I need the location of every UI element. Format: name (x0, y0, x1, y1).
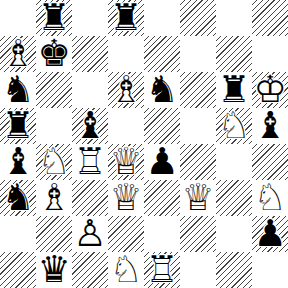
square-g4[interactable] (216, 144, 252, 180)
white-queen-icon: ♕ (108, 180, 144, 216)
piece-halo: ♜ (108, 0, 144, 36)
black-pawn-icon: ♟ (144, 144, 180, 180)
square-b4[interactable]: ♞♘ (36, 144, 72, 180)
white-knight-icon: ♘ (216, 108, 252, 144)
piece-halo: ♜ (36, 0, 72, 36)
square-c4[interactable]: ♜♖ (72, 144, 108, 180)
white-queen-icon: ♕ (108, 144, 144, 180)
square-b2[interactable] (36, 216, 72, 252)
black-queen-icon: ♛ (36, 252, 72, 288)
piece-halo: ♟ (252, 216, 288, 252)
piece-halo: ♜ (72, 144, 108, 180)
square-b7[interactable]: ♚♚ (36, 36, 72, 72)
piece-halo: ♟ (144, 144, 180, 180)
square-e2[interactable] (144, 216, 180, 252)
square-b8[interactable]: ♜♜ (36, 0, 72, 36)
piece-halo: ♛ (180, 180, 216, 216)
square-f3[interactable]: ♛♕ (180, 180, 216, 216)
square-h2[interactable]: ♟♟ (252, 216, 288, 252)
square-g3[interactable] (216, 180, 252, 216)
piece-halo: ♛ (108, 144, 144, 180)
square-b3[interactable]: ♝♗ (36, 180, 72, 216)
black-rook-icon: ♜ (108, 0, 144, 36)
piece-halo: ♜ (216, 72, 252, 108)
square-c8[interactable] (72, 0, 108, 36)
square-h1[interactable] (252, 252, 288, 288)
square-c7[interactable] (72, 36, 108, 72)
piece-halo: ♛ (36, 252, 72, 288)
piece-halo: ♚ (36, 36, 72, 72)
piece-halo: ♞ (108, 252, 144, 288)
square-g7[interactable] (216, 36, 252, 72)
square-d4[interactable]: ♛♕ (108, 144, 144, 180)
piece-halo: ♝ (0, 36, 36, 72)
square-a7[interactable]: ♝♗ (0, 36, 36, 72)
piece-halo: ♝ (108, 72, 144, 108)
square-e1[interactable]: ♜♖ (144, 252, 180, 288)
square-g6[interactable]: ♜♜ (216, 72, 252, 108)
square-a5[interactable]: ♜♜ (0, 108, 36, 144)
square-h4[interactable] (252, 144, 288, 180)
square-b5[interactable] (36, 108, 72, 144)
white-knight-icon: ♘ (36, 144, 72, 180)
black-knight-icon: ♞ (0, 180, 36, 216)
square-g8[interactable] (216, 0, 252, 36)
square-a6[interactable]: ♞♞ (0, 72, 36, 108)
piece-halo: ♞ (0, 72, 36, 108)
square-e6[interactable]: ♞♞ (144, 72, 180, 108)
square-h7[interactable] (252, 36, 288, 72)
square-c6[interactable] (72, 72, 108, 108)
square-c2[interactable]: ♟♙ (72, 216, 108, 252)
square-e4[interactable]: ♟♟ (144, 144, 180, 180)
square-h6[interactable]: ♚♔ (252, 72, 288, 108)
black-bishop-icon: ♝ (72, 108, 108, 144)
square-g1[interactable] (216, 252, 252, 288)
white-knight-icon: ♘ (252, 180, 288, 216)
white-pawn-icon: ♙ (72, 216, 108, 252)
piece-halo: ♞ (0, 180, 36, 216)
white-knight-icon: ♘ (108, 252, 144, 288)
square-d5[interactable] (108, 108, 144, 144)
square-h3[interactable]: ♞♘ (252, 180, 288, 216)
square-b1[interactable]: ♛♛ (36, 252, 72, 288)
square-f6[interactable] (180, 72, 216, 108)
piece-halo: ♜ (144, 252, 180, 288)
square-f1[interactable] (180, 252, 216, 288)
chess-board: ♜♜♜♜♝♗♚♚♞♞♝♗♞♞♜♜♚♔♜♜♝♝♞♘♝♝♝♝♞♘♜♖♛♕♟♟♞♞♝♗… (0, 0, 288, 288)
white-rook-icon: ♖ (144, 252, 180, 288)
white-rook-icon: ♖ (72, 144, 108, 180)
white-bishop-icon: ♗ (0, 36, 36, 72)
square-d7[interactable] (108, 36, 144, 72)
black-bishop-icon: ♝ (252, 108, 288, 144)
square-a2[interactable] (0, 216, 36, 252)
piece-halo: ♝ (36, 180, 72, 216)
white-queen-icon: ♕ (180, 180, 216, 216)
piece-halo: ♝ (252, 108, 288, 144)
square-c3[interactable] (72, 180, 108, 216)
white-bishop-icon: ♗ (108, 72, 144, 108)
square-a3[interactable]: ♞♞ (0, 180, 36, 216)
piece-halo: ♞ (252, 180, 288, 216)
square-c5[interactable]: ♝♝ (72, 108, 108, 144)
square-f2[interactable] (180, 216, 216, 252)
square-a4[interactable]: ♝♝ (0, 144, 36, 180)
square-d2[interactable] (108, 216, 144, 252)
square-c1[interactable] (72, 252, 108, 288)
square-e5[interactable] (144, 108, 180, 144)
piece-halo: ♚ (252, 72, 288, 108)
square-h8[interactable] (252, 0, 288, 36)
piece-halo: ♝ (72, 108, 108, 144)
square-f7[interactable] (180, 36, 216, 72)
square-f4[interactable] (180, 144, 216, 180)
piece-halo: ♟ (72, 216, 108, 252)
black-knight-icon: ♞ (0, 72, 36, 108)
black-rook-icon: ♜ (0, 108, 36, 144)
square-a8[interactable] (0, 0, 36, 36)
square-d8[interactable]: ♜♜ (108, 0, 144, 36)
square-e3[interactable] (144, 180, 180, 216)
piece-halo: ♞ (36, 144, 72, 180)
piece-halo: ♝ (0, 144, 36, 180)
black-rook-icon: ♜ (216, 72, 252, 108)
square-d6[interactable]: ♝♗ (108, 72, 144, 108)
square-f8[interactable] (180, 0, 216, 36)
square-a1[interactable] (0, 252, 36, 288)
square-b6[interactable] (36, 72, 72, 108)
square-h5[interactable]: ♝♝ (252, 108, 288, 144)
black-knight-icon: ♞ (144, 72, 180, 108)
square-e7[interactable] (144, 36, 180, 72)
black-rook-icon: ♜ (36, 0, 72, 36)
piece-halo: ♜ (0, 108, 36, 144)
square-f5[interactable] (180, 108, 216, 144)
white-king-icon: ♔ (252, 72, 288, 108)
piece-halo: ♛ (108, 180, 144, 216)
square-d1[interactable]: ♞♘ (108, 252, 144, 288)
black-king-icon: ♚ (36, 36, 72, 72)
piece-halo: ♞ (144, 72, 180, 108)
black-bishop-icon: ♝ (0, 144, 36, 180)
black-pawn-icon: ♟ (252, 216, 288, 252)
square-e8[interactable] (144, 0, 180, 36)
white-bishop-icon: ♗ (36, 180, 72, 216)
square-g2[interactable] (216, 216, 252, 252)
piece-halo: ♞ (216, 108, 252, 144)
square-g5[interactable]: ♞♘ (216, 108, 252, 144)
square-d3[interactable]: ♛♕ (108, 180, 144, 216)
